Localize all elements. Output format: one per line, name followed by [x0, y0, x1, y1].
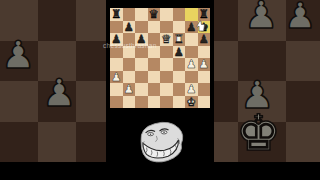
square-d4[interactable] [148, 58, 161, 71]
troll-face-meme [133, 116, 187, 168]
background-board-left: ♟♟ [0, 0, 110, 162]
square-h2[interactable] [198, 83, 211, 96]
square-g4[interactable]: ♟ [185, 58, 198, 71]
square-h1[interactable] [198, 96, 211, 109]
square-a3[interactable]: ♟ [110, 71, 123, 84]
square-h4[interactable]: ♟ [198, 58, 211, 71]
square-b4[interactable] [123, 58, 136, 71]
background-dim-overlay [210, 0, 320, 162]
square-g2[interactable]: ♟ [185, 83, 198, 96]
square-b7[interactable]: ♟ [123, 21, 136, 34]
black-pawn-h6[interactable]: ♟ [199, 33, 209, 46]
chess-board[interactable]: ♜♛♜♟♟♚♟♟♛♜♟♟♟♟♟♟♟♚ [110, 8, 210, 108]
square-a4[interactable] [110, 58, 123, 71]
square-e2[interactable] [160, 83, 173, 96]
white-pawn-b2[interactable]: ♟ [124, 83, 134, 96]
square-f4[interactable] [173, 58, 186, 71]
white-pawn-g2[interactable]: ♟ [186, 83, 196, 96]
hand-cursor-icon [195, 17, 206, 29]
black-pawn-b7[interactable]: ♟ [124, 21, 134, 34]
square-d7[interactable] [148, 21, 161, 34]
square-e8[interactable] [160, 8, 173, 21]
square-c1[interactable] [135, 96, 148, 109]
square-e4[interactable] [160, 58, 173, 71]
square-c4[interactable] [135, 58, 148, 71]
square-f1[interactable] [173, 96, 186, 109]
square-a1[interactable] [110, 96, 123, 109]
square-e3[interactable] [160, 71, 173, 84]
square-d2[interactable] [148, 83, 161, 96]
square-c2[interactable] [135, 83, 148, 96]
square-h6[interactable]: ♟ [198, 33, 211, 46]
square-d1[interactable] [148, 96, 161, 109]
square-e1[interactable] [160, 96, 173, 109]
background-dim-overlay [0, 0, 110, 162]
white-pawn-g4[interactable]: ♟ [186, 58, 196, 71]
square-d8[interactable]: ♛ [148, 8, 161, 21]
square-d3[interactable] [148, 71, 161, 84]
video-frame: ♜♛♜♟♟♚♟♟♛♜♟♟♟♟♟♟♟♚ chessusthrashan [106, 0, 214, 180]
white-pawn-h4[interactable]: ♟ [199, 58, 209, 71]
square-a2[interactable] [110, 83, 123, 96]
background-board-right: ♟♟♟♚ [210, 0, 320, 162]
square-c3[interactable] [135, 71, 148, 84]
watermark-text: chessusthrashan [103, 42, 193, 49]
square-h3[interactable] [198, 71, 211, 84]
square-f8[interactable] [173, 8, 186, 21]
black-rook-a8[interactable]: ♜ [111, 8, 121, 21]
black-queen-d8[interactable]: ♛ [149, 8, 159, 21]
square-f2[interactable] [173, 83, 186, 96]
square-a8[interactable]: ♜ [110, 8, 123, 21]
white-king-g1[interactable]: ♚ [186, 96, 196, 109]
square-g1[interactable]: ♚ [185, 96, 198, 109]
square-f3[interactable] [173, 71, 186, 84]
square-b2[interactable]: ♟ [123, 83, 136, 96]
square-b1[interactable] [123, 96, 136, 109]
square-c8[interactable] [135, 8, 148, 21]
white-pawn-a3[interactable]: ♟ [111, 71, 121, 84]
square-b8[interactable] [123, 8, 136, 21]
